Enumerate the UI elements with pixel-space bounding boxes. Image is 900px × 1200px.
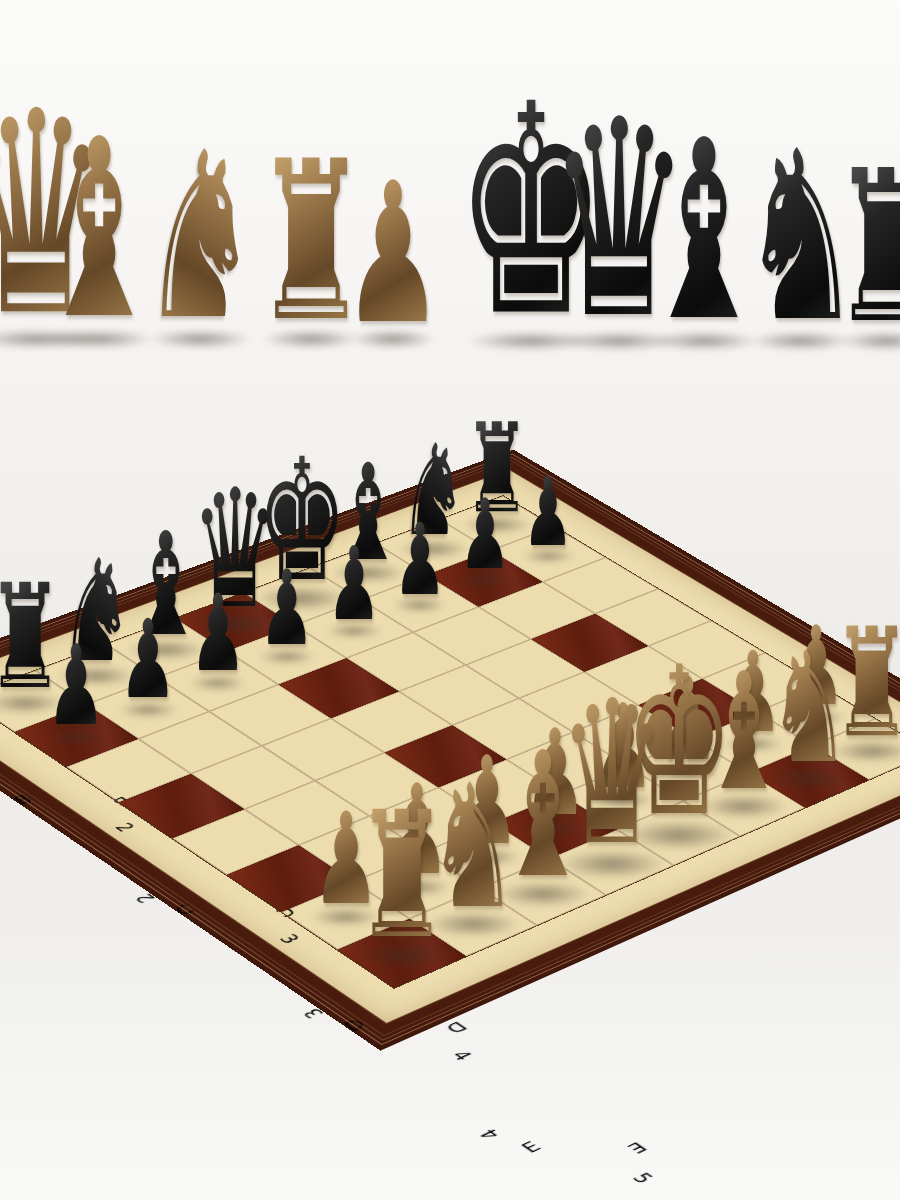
product-photo-stage: AA11BB22CC33DD44EE55FF66GG77HH88 ♜♞♟♝♟♚♟…: [0, 0, 900, 1200]
